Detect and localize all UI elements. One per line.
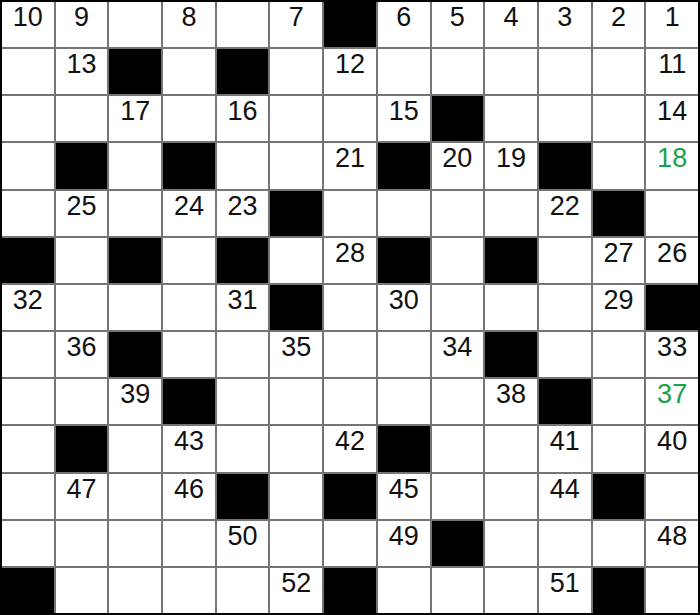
cell-r7c10[interactable]: [485, 285, 537, 330]
clue-number-51: 51: [539, 568, 591, 599]
clue-number-46: 46: [163, 474, 215, 505]
cell-r3c13[interactable]: 14: [646, 96, 698, 141]
cell-r6c9[interactable]: [432, 238, 484, 283]
cell-r11c6[interactable]: [270, 474, 322, 519]
clue-number-27: 27: [593, 238, 645, 269]
cell-r9c3[interactable]: 39: [109, 379, 161, 424]
cell-r7c8[interactable]: 30: [378, 285, 430, 330]
cell-r11c2[interactable]: 47: [56, 474, 108, 519]
clue-number-32: 32: [2, 285, 54, 316]
black-cell-r6c3: [109, 238, 161, 283]
black-cell-r4c4: [163, 143, 215, 188]
cell-r4c10[interactable]: 19: [485, 143, 537, 188]
cell-r3c2[interactable]: [56, 96, 108, 141]
cell-r5c1[interactable]: [2, 191, 54, 236]
cell-r5c5[interactable]: 23: [217, 191, 269, 236]
cell-r8c7[interactable]: [324, 332, 376, 377]
cell-r3c10[interactable]: [485, 96, 537, 141]
cell-r13c3[interactable]: [109, 568, 161, 613]
clue-number-18: 18: [646, 143, 698, 174]
cell-r5c2[interactable]: 25: [56, 191, 108, 236]
cell-r1c1[interactable]: 10: [2, 2, 54, 47]
cell-r2c2[interactable]: 13: [56, 49, 108, 94]
clue-number-31: 31: [217, 285, 269, 316]
cell-r7c2[interactable]: [56, 285, 108, 330]
black-cell-r13c7: [324, 568, 376, 613]
clue-number-30: 30: [378, 285, 430, 316]
clue-number-1: 1: [646, 2, 698, 33]
cell-r11c8[interactable]: 45: [378, 474, 430, 519]
black-cell-r6c8: [378, 238, 430, 283]
cell-r4c7[interactable]: 21: [324, 143, 376, 188]
black-cell-r8c10: [485, 332, 537, 377]
cell-r3c8[interactable]: 15: [378, 96, 430, 141]
clue-number-41: 41: [539, 426, 591, 457]
cell-r12c5[interactable]: 50: [217, 521, 269, 566]
black-cell-r6c1: [2, 238, 54, 283]
cell-r12c2[interactable]: [56, 521, 108, 566]
cell-r12c11[interactable]: [539, 521, 591, 566]
cell-r2c11[interactable]: [539, 49, 591, 94]
cell-r11c11[interactable]: 44: [539, 474, 591, 519]
black-cell-r5c12: [593, 191, 645, 236]
cell-r3c5[interactable]: 16: [217, 96, 269, 141]
cell-r8c5[interactable]: [217, 332, 269, 377]
cell-r6c13[interactable]: 26: [646, 238, 698, 283]
clue-number-12: 12: [324, 49, 376, 80]
clue-number-45: 45: [378, 474, 430, 505]
cell-r2c1[interactable]: [2, 49, 54, 94]
cell-r10c9[interactable]: [432, 426, 484, 471]
crossword-grid: 1098765432113121117161514212019182524232…: [0, 0, 700, 615]
clue-number-35: 35: [270, 332, 322, 363]
cell-r5c11[interactable]: 22: [539, 191, 591, 236]
clue-number-24: 24: [163, 191, 215, 222]
cell-r1c4[interactable]: 8: [163, 2, 215, 47]
clue-number-28: 28: [324, 238, 376, 269]
cell-r3c3[interactable]: 17: [109, 96, 161, 141]
cell-r1c3[interactable]: [109, 2, 161, 47]
cell-r1c10[interactable]: 4: [485, 2, 537, 47]
clue-number-15: 15: [378, 96, 430, 127]
cell-r3c1[interactable]: [2, 96, 54, 141]
cell-r8c8[interactable]: [378, 332, 430, 377]
cell-r8c4[interactable]: [163, 332, 215, 377]
cell-r10c5[interactable]: [217, 426, 269, 471]
cell-r10c7[interactable]: 42: [324, 426, 376, 471]
clue-number-22: 22: [539, 191, 591, 222]
cell-r8c11[interactable]: [539, 332, 591, 377]
cell-r7c9[interactable]: [432, 285, 484, 330]
cell-r7c11[interactable]: [539, 285, 591, 330]
clue-number-7: 7: [270, 2, 322, 33]
clue-number-44: 44: [539, 474, 591, 505]
black-cell-r10c8: [378, 426, 430, 471]
clue-number-6: 6: [378, 2, 430, 33]
clue-number-39: 39: [109, 379, 161, 410]
black-cell-r4c8: [378, 143, 430, 188]
cell-r12c12[interactable]: [593, 521, 645, 566]
clue-number-4: 4: [485, 2, 537, 33]
cell-r2c13[interactable]: 11: [646, 49, 698, 94]
black-cell-r11c5: [217, 474, 269, 519]
cell-r13c6[interactable]: 52: [270, 568, 322, 613]
cell-r9c1[interactable]: [2, 379, 54, 424]
black-cell-r13c12: [593, 568, 645, 613]
cell-r1c9[interactable]: 5: [432, 2, 484, 47]
cell-r9c9[interactable]: [432, 379, 484, 424]
cell-r8c13[interactable]: 33: [646, 332, 698, 377]
cell-r2c12[interactable]: [593, 49, 645, 94]
clue-number-42: 42: [324, 426, 376, 457]
cell-r13c9[interactable]: [432, 568, 484, 613]
cell-r2c10[interactable]: [485, 49, 537, 94]
cell-r5c13[interactable]: [646, 191, 698, 236]
clue-number-14: 14: [646, 96, 698, 127]
cell-r12c4[interactable]: [163, 521, 215, 566]
black-cell-r6c5: [217, 238, 269, 283]
clue-number-3: 3: [539, 2, 591, 33]
cell-r4c12[interactable]: [593, 143, 645, 188]
black-cell-r6c10: [485, 238, 537, 283]
cell-r6c4[interactable]: [163, 238, 215, 283]
cell-r12c10[interactable]: [485, 521, 537, 566]
clue-number-47: 47: [56, 474, 108, 505]
cell-r3c12[interactable]: [593, 96, 645, 141]
cell-r13c13[interactable]: [646, 568, 698, 613]
black-cell-r7c13: [646, 285, 698, 330]
cell-r10c12[interactable]: [593, 426, 645, 471]
clue-number-50: 50: [217, 521, 269, 552]
cell-r8c9[interactable]: 34: [432, 332, 484, 377]
cell-r2c9[interactable]: [432, 49, 484, 94]
clue-number-36: 36: [56, 332, 108, 363]
cell-r13c4[interactable]: [163, 568, 215, 613]
cell-r2c4[interactable]: [163, 49, 215, 94]
cell-r6c6[interactable]: [270, 238, 322, 283]
cell-r1c12[interactable]: 2: [593, 2, 645, 47]
cell-r4c13[interactable]: 18: [646, 143, 698, 188]
cell-r5c8[interactable]: [378, 191, 430, 236]
cell-r9c10[interactable]: 38: [485, 379, 537, 424]
clue-number-21: 21: [324, 143, 376, 174]
cell-r1c6[interactable]: 7: [270, 2, 322, 47]
cell-r7c7[interactable]: [324, 285, 376, 330]
black-cell-r13c1: [2, 568, 54, 613]
cell-r8c12[interactable]: [593, 332, 645, 377]
cell-r8c6[interactable]: 35: [270, 332, 322, 377]
cell-r6c2[interactable]: [56, 238, 108, 283]
clue-number-10: 10: [2, 2, 54, 33]
cell-r1c5[interactable]: [217, 2, 269, 47]
cell-r10c11[interactable]: 41: [539, 426, 591, 471]
cell-r8c2[interactable]: 36: [56, 332, 108, 377]
black-cell-r1c7: [324, 2, 376, 47]
cell-r4c5[interactable]: [217, 143, 269, 188]
cell-r5c3[interactable]: [109, 191, 161, 236]
cell-r1c8[interactable]: 6: [378, 2, 430, 47]
clue-number-49: 49: [378, 521, 430, 552]
cell-r11c1[interactable]: [2, 474, 54, 519]
black-cell-r4c2: [56, 143, 108, 188]
cell-r5c10[interactable]: [485, 191, 537, 236]
clue-number-48: 48: [646, 521, 698, 552]
cell-r9c8[interactable]: [378, 379, 430, 424]
clue-number-37: 37: [646, 379, 698, 410]
clue-number-33: 33: [646, 332, 698, 363]
black-cell-r5c6: [270, 191, 322, 236]
cell-r4c3[interactable]: [109, 143, 161, 188]
cell-r12c6[interactable]: [270, 521, 322, 566]
cell-r3c11[interactable]: [539, 96, 591, 141]
clue-number-43: 43: [163, 426, 215, 457]
cell-r7c4[interactable]: [163, 285, 215, 330]
cell-r2c8[interactable]: [378, 49, 430, 94]
clue-number-13: 13: [56, 49, 108, 80]
cell-r9c12[interactable]: [593, 379, 645, 424]
cell-r2c7[interactable]: 12: [324, 49, 376, 94]
cell-r13c2[interactable]: [56, 568, 108, 613]
clue-number-2: 2: [593, 2, 645, 33]
cell-r4c9[interactable]: 20: [432, 143, 484, 188]
cell-r5c9[interactable]: [432, 191, 484, 236]
cell-r4c6[interactable]: [270, 143, 322, 188]
black-cell-r12c9: [432, 521, 484, 566]
cell-r1c13[interactable]: 1: [646, 2, 698, 47]
cell-r13c10[interactable]: [485, 568, 537, 613]
cell-r10c6[interactable]: [270, 426, 322, 471]
black-cell-r11c12: [593, 474, 645, 519]
clue-number-11: 11: [646, 49, 698, 80]
cell-r5c4[interactable]: 24: [163, 191, 215, 236]
cell-r10c3[interactable]: [109, 426, 161, 471]
cell-r2c6[interactable]: [270, 49, 322, 94]
clue-number-8: 8: [163, 2, 215, 33]
cell-r10c10[interactable]: [485, 426, 537, 471]
clue-number-25: 25: [56, 191, 108, 222]
cell-r1c11[interactable]: 3: [539, 2, 591, 47]
cell-r3c7[interactable]: [324, 96, 376, 141]
cell-r6c7[interactable]: 28: [324, 238, 376, 283]
black-cell-r2c5: [217, 49, 269, 94]
clue-number-16: 16: [217, 96, 269, 127]
clue-number-17: 17: [109, 96, 161, 127]
cell-r11c9[interactable]: [432, 474, 484, 519]
cell-r9c2[interactable]: [56, 379, 108, 424]
clue-number-34: 34: [432, 332, 484, 363]
clue-number-19: 19: [485, 143, 537, 174]
cell-r11c10[interactable]: [485, 474, 537, 519]
cell-r7c3[interactable]: [109, 285, 161, 330]
cell-r12c8[interactable]: 49: [378, 521, 430, 566]
clue-number-52: 52: [270, 568, 322, 599]
cell-r12c7[interactable]: [324, 521, 376, 566]
cell-r3c6[interactable]: [270, 96, 322, 141]
clue-number-9: 9: [56, 2, 108, 33]
black-cell-r11c7: [324, 474, 376, 519]
cell-r11c3[interactable]: [109, 474, 161, 519]
black-cell-r9c4: [163, 379, 215, 424]
cell-r13c8[interactable]: [378, 568, 430, 613]
clue-number-40: 40: [646, 426, 698, 457]
cell-r10c4[interactable]: 43: [163, 426, 215, 471]
black-cell-r3c9: [432, 96, 484, 141]
cell-r12c13[interactable]: 48: [646, 521, 698, 566]
clue-number-5: 5: [432, 2, 484, 33]
clue-number-29: 29: [593, 285, 645, 316]
cell-r13c11[interactable]: 51: [539, 568, 591, 613]
cell-r9c6[interactable]: [270, 379, 322, 424]
black-cell-r9c11: [539, 379, 591, 424]
cell-r7c1[interactable]: 32: [2, 285, 54, 330]
black-cell-r7c6: [270, 285, 322, 330]
cell-r1c2[interactable]: 9: [56, 2, 108, 47]
cell-r5c7[interactable]: [324, 191, 376, 236]
clue-number-38: 38: [485, 379, 537, 410]
clue-number-23: 23: [217, 191, 269, 222]
cell-r8c1[interactable]: [2, 332, 54, 377]
cell-r7c5[interactable]: 31: [217, 285, 269, 330]
cell-r6c12[interactable]: 27: [593, 238, 645, 283]
cell-r9c7[interactable]: [324, 379, 376, 424]
cell-r10c1[interactable]: [2, 426, 54, 471]
cell-r10c13[interactable]: 40: [646, 426, 698, 471]
clue-number-26: 26: [646, 238, 698, 269]
black-cell-r10c2: [56, 426, 108, 471]
black-cell-r8c3: [109, 332, 161, 377]
cell-r13c5[interactable]: [217, 568, 269, 613]
cell-r11c13[interactable]: [646, 474, 698, 519]
cell-r9c13[interactable]: 37: [646, 379, 698, 424]
cell-r3c4[interactable]: [163, 96, 215, 141]
clue-number-20: 20: [432, 143, 484, 174]
cell-r9c5[interactable]: [217, 379, 269, 424]
black-cell-r4c11: [539, 143, 591, 188]
cell-r11c4[interactable]: 46: [163, 474, 215, 519]
cell-r12c3[interactable]: [109, 521, 161, 566]
black-cell-r2c3: [109, 49, 161, 94]
cell-r7c12[interactable]: 29: [593, 285, 645, 330]
cell-r6c11[interactable]: [539, 238, 591, 283]
cell-r12c1[interactable]: [2, 521, 54, 566]
cell-r4c1[interactable]: [2, 143, 54, 188]
